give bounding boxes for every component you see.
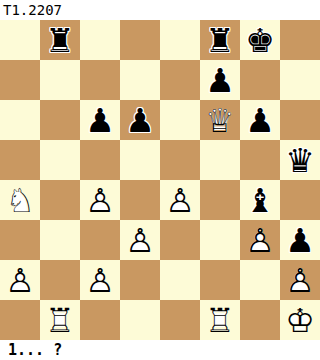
square-a6[interactable] [0,100,40,140]
square-b6[interactable] [40,100,80,140]
piece-outline-layer: ♕ [205,104,235,137]
square-c7[interactable] [80,60,120,100]
square-f5[interactable] [200,140,240,180]
square-g6[interactable]: ♟ [240,100,280,140]
square-c6[interactable]: ♟ [80,100,120,140]
piece-black-pawn[interactable]: ♟ [120,100,160,140]
piece-white-pawn[interactable]: ♟♙ [80,260,120,300]
piece-white-pawn[interactable]: ♟♙ [80,180,120,220]
piece-outline-layer: ♙ [85,264,115,297]
square-f7[interactable]: ♟ [200,60,240,100]
piece-outline-layer: ♖ [205,304,235,337]
piece-white-knight[interactable]: ♞♘ [0,180,40,220]
square-e6[interactable] [160,100,200,140]
square-f1[interactable]: ♜♖ [200,300,240,340]
square-d8[interactable] [120,20,160,60]
square-c3[interactable] [80,220,120,260]
square-a1[interactable] [0,300,40,340]
piece-black-pawn[interactable]: ♟ [240,100,280,140]
piece-outline-layer: ♙ [5,264,35,297]
square-a8[interactable] [0,20,40,60]
square-e7[interactable] [160,60,200,100]
square-b2[interactable] [40,260,80,300]
square-g3[interactable]: ♟♙ [240,220,280,260]
piece-outline-layer: ♔ [285,304,315,337]
square-g5[interactable] [240,140,280,180]
piece-outline-layer: ♙ [85,184,115,217]
square-h3[interactable]: ♟ [280,220,320,260]
square-h5[interactable]: ♛ [280,140,320,180]
square-e1[interactable] [160,300,200,340]
piece-outline-layer: ♖ [45,304,75,337]
piece-white-pawn[interactable]: ♟♙ [160,180,200,220]
piece-black-pawn[interactable]: ♟ [80,100,120,140]
square-f3[interactable] [200,220,240,260]
square-d3[interactable]: ♟♙ [120,220,160,260]
square-a2[interactable]: ♟♙ [0,260,40,300]
piece-black-king[interactable]: ♚ [240,20,280,60]
square-g7[interactable] [240,60,280,100]
square-c2[interactable]: ♟♙ [80,260,120,300]
square-e4[interactable]: ♟♙ [160,180,200,220]
square-c5[interactable] [80,140,120,180]
piece-white-pawn[interactable]: ♟♙ [120,220,160,260]
piece-white-pawn[interactable]: ♟♙ [240,220,280,260]
square-c4[interactable]: ♟♙ [80,180,120,220]
piece-outline-layer: ♙ [165,184,195,217]
square-d6[interactable]: ♟ [120,100,160,140]
caption-bar: 1... ? [0,340,320,360]
square-g1[interactable] [240,300,280,340]
square-d2[interactable] [120,260,160,300]
square-e2[interactable] [160,260,200,300]
square-a7[interactable] [0,60,40,100]
square-f6[interactable]: ♛♕ [200,100,240,140]
piece-black-queen[interactable]: ♛ [280,140,320,180]
square-b5[interactable] [40,140,80,180]
piece-outline-layer: ♙ [285,264,315,297]
square-g4[interactable]: ♝ [240,180,280,220]
square-b1[interactable]: ♜♖ [40,300,80,340]
piece-white-king[interactable]: ♚♔ [280,300,320,340]
square-d1[interactable] [120,300,160,340]
square-f8[interactable]: ♜ [200,20,240,60]
square-h6[interactable] [280,100,320,140]
square-a4[interactable]: ♞♘ [0,180,40,220]
square-c1[interactable] [80,300,120,340]
square-b3[interactable] [40,220,80,260]
piece-black-pawn[interactable]: ♟ [200,60,240,100]
square-g2[interactable] [240,260,280,300]
square-b4[interactable] [40,180,80,220]
piece-white-rook[interactable]: ♜♖ [40,300,80,340]
piece-black-pawn[interactable]: ♟ [280,220,320,260]
square-b8[interactable]: ♜ [40,20,80,60]
square-a3[interactable] [0,220,40,260]
square-e8[interactable] [160,20,200,60]
square-h8[interactable] [280,20,320,60]
square-b7[interactable] [40,60,80,100]
square-h2[interactable]: ♟♙ [280,260,320,300]
piece-outline-layer: ♘ [5,184,35,217]
square-d4[interactable] [120,180,160,220]
piece-white-queen[interactable]: ♛♕ [200,100,240,140]
piece-outline-layer: ♙ [125,224,155,257]
piece-white-rook[interactable]: ♜♖ [200,300,240,340]
square-d5[interactable] [120,140,160,180]
square-h4[interactable] [280,180,320,220]
square-e5[interactable] [160,140,200,180]
square-c8[interactable] [80,20,120,60]
chess-board: ♜♜♚♟♟♟♛♕♟♛♞♘♟♙♟♙♝♟♙♟♙♟♟♙♟♙♟♙♜♖♜♖♚♔ [0,20,320,340]
square-f2[interactable] [200,260,240,300]
square-a5[interactable] [0,140,40,180]
piece-white-pawn[interactable]: ♟♙ [0,260,40,300]
piece-outline-layer: ♙ [245,224,275,257]
piece-white-pawn[interactable]: ♟♙ [280,260,320,300]
puzzle-id: T1.2207 [3,2,62,18]
square-h1[interactable]: ♚♔ [280,300,320,340]
square-d7[interactable] [120,60,160,100]
piece-black-bishop[interactable]: ♝ [240,180,280,220]
square-h7[interactable] [280,60,320,100]
piece-black-rook[interactable]: ♜ [200,20,240,60]
piece-black-rook[interactable]: ♜ [40,20,80,60]
move-prompt: 1... ? [8,341,62,359]
square-e3[interactable] [160,220,200,260]
square-g8[interactable]: ♚ [240,20,280,60]
square-f4[interactable] [200,180,240,220]
title-bar: T1.2207 [0,0,320,20]
